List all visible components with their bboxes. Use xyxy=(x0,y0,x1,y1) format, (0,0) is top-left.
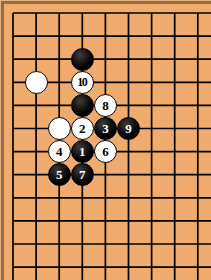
move-number-label: 1 xyxy=(79,145,86,158)
move-number-label: 2 xyxy=(79,122,86,135)
stone-white-plain-c2r4[interactable] xyxy=(25,71,48,94)
board-frame-edge-left xyxy=(1,1,4,280)
stone-white-plain-c3r6[interactable] xyxy=(48,117,71,140)
move-number-label: 10 xyxy=(77,76,86,88)
move-number-label: 7 xyxy=(79,168,86,181)
board-frame-edge-top xyxy=(1,1,211,4)
stone-black-plain-c4r3[interactable] xyxy=(71,48,94,71)
stone-white-2[interactable]: 2 xyxy=(71,117,94,140)
stone-black-9[interactable]: 9 xyxy=(117,117,140,140)
stone-white-4[interactable]: 4 xyxy=(48,140,71,163)
move-number-label: 9 xyxy=(125,122,132,135)
stone-black-1[interactable]: 1 xyxy=(71,140,94,163)
stone-black-5[interactable]: 5 xyxy=(48,163,71,186)
stone-black-7[interactable]: 7 xyxy=(71,163,94,186)
move-number-label: 6 xyxy=(102,145,109,158)
move-number-label: 5 xyxy=(56,168,63,181)
stone-white-10[interactable]: 10 xyxy=(71,71,94,94)
stone-black-plain-c4r5[interactable] xyxy=(71,94,94,117)
go-board-diagram: 10823941657 xyxy=(0,0,211,280)
stone-black-3[interactable]: 3 xyxy=(94,117,117,140)
move-number-label: 8 xyxy=(102,99,109,112)
stone-white-6[interactable]: 6 xyxy=(94,140,117,163)
move-number-label: 3 xyxy=(102,122,109,135)
move-number-label: 4 xyxy=(56,145,63,158)
stone-white-8[interactable]: 8 xyxy=(94,94,117,117)
